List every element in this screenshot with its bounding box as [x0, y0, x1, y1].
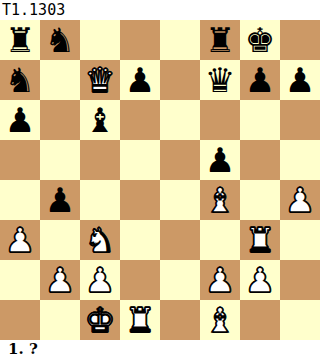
square-f2[interactable]: ♟ [200, 260, 240, 300]
square-a2[interactable] [0, 260, 40, 300]
square-d3[interactable] [120, 220, 160, 260]
square-b2[interactable]: ♟ [40, 260, 80, 300]
square-g3[interactable]: ♜ [240, 220, 280, 260]
square-f5[interactable]: ♟ [200, 140, 240, 180]
piece-black-rook[interactable]: ♜ [5, 20, 35, 60]
square-b1[interactable] [40, 300, 80, 340]
square-d5[interactable] [120, 140, 160, 180]
square-c6[interactable]: ♝ [80, 100, 120, 140]
piece-black-pawn[interactable]: ♟ [125, 60, 155, 100]
square-h5[interactable] [280, 140, 320, 180]
square-g4[interactable] [240, 180, 280, 220]
square-d4[interactable] [120, 180, 160, 220]
square-a3[interactable]: ♟ [0, 220, 40, 260]
puzzle-title: T1.1303 [2, 1, 65, 19]
piece-black-pawn[interactable]: ♟ [45, 180, 75, 220]
square-b7[interactable] [40, 60, 80, 100]
square-e2[interactable] [160, 260, 200, 300]
piece-black-rook[interactable]: ♜ [205, 20, 235, 60]
square-h3[interactable] [280, 220, 320, 260]
piece-white-pawn[interactable]: ♟ [245, 260, 275, 300]
square-b8[interactable]: ♞ [40, 20, 80, 60]
square-b3[interactable] [40, 220, 80, 260]
piece-white-pawn[interactable]: ♟ [285, 180, 315, 220]
square-h4[interactable]: ♟ [280, 180, 320, 220]
square-c5[interactable] [80, 140, 120, 180]
square-f8[interactable]: ♜ [200, 20, 240, 60]
square-a5[interactable] [0, 140, 40, 180]
piece-black-pawn[interactable]: ♟ [245, 60, 275, 100]
square-d1[interactable]: ♜ [120, 300, 160, 340]
square-b6[interactable] [40, 100, 80, 140]
square-c8[interactable] [80, 20, 120, 60]
move-bar: 1. ? [0, 340, 320, 360]
square-e7[interactable] [160, 60, 200, 100]
square-a4[interactable] [0, 180, 40, 220]
square-e3[interactable] [160, 220, 200, 260]
square-h7[interactable]: ♟ [280, 60, 320, 100]
piece-white-pawn[interactable]: ♟ [5, 220, 35, 260]
piece-white-rook[interactable]: ♜ [125, 300, 155, 340]
piece-white-queen[interactable]: ♛ [85, 60, 115, 100]
chess-board: ♜♞♜♚♞♛♟♛♟♟♟♝♟♟♝♟♟♞♜♟♟♟♟♚♜♝ [0, 20, 320, 340]
chess-puzzle-screen: T1.1303 ♜♞♜♚♞♛♟♛♟♟♟♝♟♟♝♟♟♞♜♟♟♟♟♚♜♝ 1. ? [0, 0, 320, 360]
square-a7[interactable]: ♞ [0, 60, 40, 100]
square-h1[interactable] [280, 300, 320, 340]
square-c2[interactable]: ♟ [80, 260, 120, 300]
square-e1[interactable] [160, 300, 200, 340]
square-e8[interactable] [160, 20, 200, 60]
square-d8[interactable] [120, 20, 160, 60]
square-d6[interactable] [120, 100, 160, 140]
square-g5[interactable] [240, 140, 280, 180]
title-bar: T1.1303 [0, 0, 320, 20]
square-e4[interactable] [160, 180, 200, 220]
piece-white-rook[interactable]: ♜ [245, 220, 275, 260]
square-g1[interactable] [240, 300, 280, 340]
piece-black-bishop[interactable]: ♝ [85, 100, 115, 140]
piece-white-bishop[interactable]: ♝ [205, 300, 235, 340]
square-f7[interactable]: ♛ [200, 60, 240, 100]
square-f3[interactable] [200, 220, 240, 260]
square-a6[interactable]: ♟ [0, 100, 40, 140]
square-d7[interactable]: ♟ [120, 60, 160, 100]
piece-black-knight[interactable]: ♞ [5, 60, 35, 100]
square-g7[interactable]: ♟ [240, 60, 280, 100]
piece-black-pawn[interactable]: ♟ [5, 100, 35, 140]
square-c3[interactable]: ♞ [80, 220, 120, 260]
square-b5[interactable] [40, 140, 80, 180]
square-c4[interactable] [80, 180, 120, 220]
square-c7[interactable]: ♛ [80, 60, 120, 100]
piece-white-king[interactable]: ♚ [85, 300, 115, 340]
square-h8[interactable] [280, 20, 320, 60]
piece-white-pawn[interactable]: ♟ [85, 260, 115, 300]
piece-black-queen[interactable]: ♛ [205, 60, 235, 100]
square-c1[interactable]: ♚ [80, 300, 120, 340]
square-a1[interactable] [0, 300, 40, 340]
square-e6[interactable] [160, 100, 200, 140]
piece-white-knight[interactable]: ♞ [85, 220, 115, 260]
piece-white-pawn[interactable]: ♟ [205, 260, 235, 300]
move-prompt: 1. ? [8, 340, 38, 358]
square-f1[interactable]: ♝ [200, 300, 240, 340]
square-b4[interactable]: ♟ [40, 180, 80, 220]
square-h2[interactable] [280, 260, 320, 300]
square-g8[interactable]: ♚ [240, 20, 280, 60]
square-g2[interactable]: ♟ [240, 260, 280, 300]
square-a8[interactable]: ♜ [0, 20, 40, 60]
piece-black-knight[interactable]: ♞ [45, 20, 75, 60]
piece-white-pawn[interactable]: ♟ [45, 260, 75, 300]
square-d2[interactable] [120, 260, 160, 300]
piece-black-pawn[interactable]: ♟ [205, 140, 235, 180]
square-f4[interactable]: ♝ [200, 180, 240, 220]
square-h6[interactable] [280, 100, 320, 140]
piece-black-king[interactable]: ♚ [245, 20, 275, 60]
square-e5[interactable] [160, 140, 200, 180]
square-f6[interactable] [200, 100, 240, 140]
square-g6[interactable] [240, 100, 280, 140]
piece-black-pawn[interactable]: ♟ [285, 60, 315, 100]
piece-white-bishop[interactable]: ♝ [205, 180, 235, 220]
